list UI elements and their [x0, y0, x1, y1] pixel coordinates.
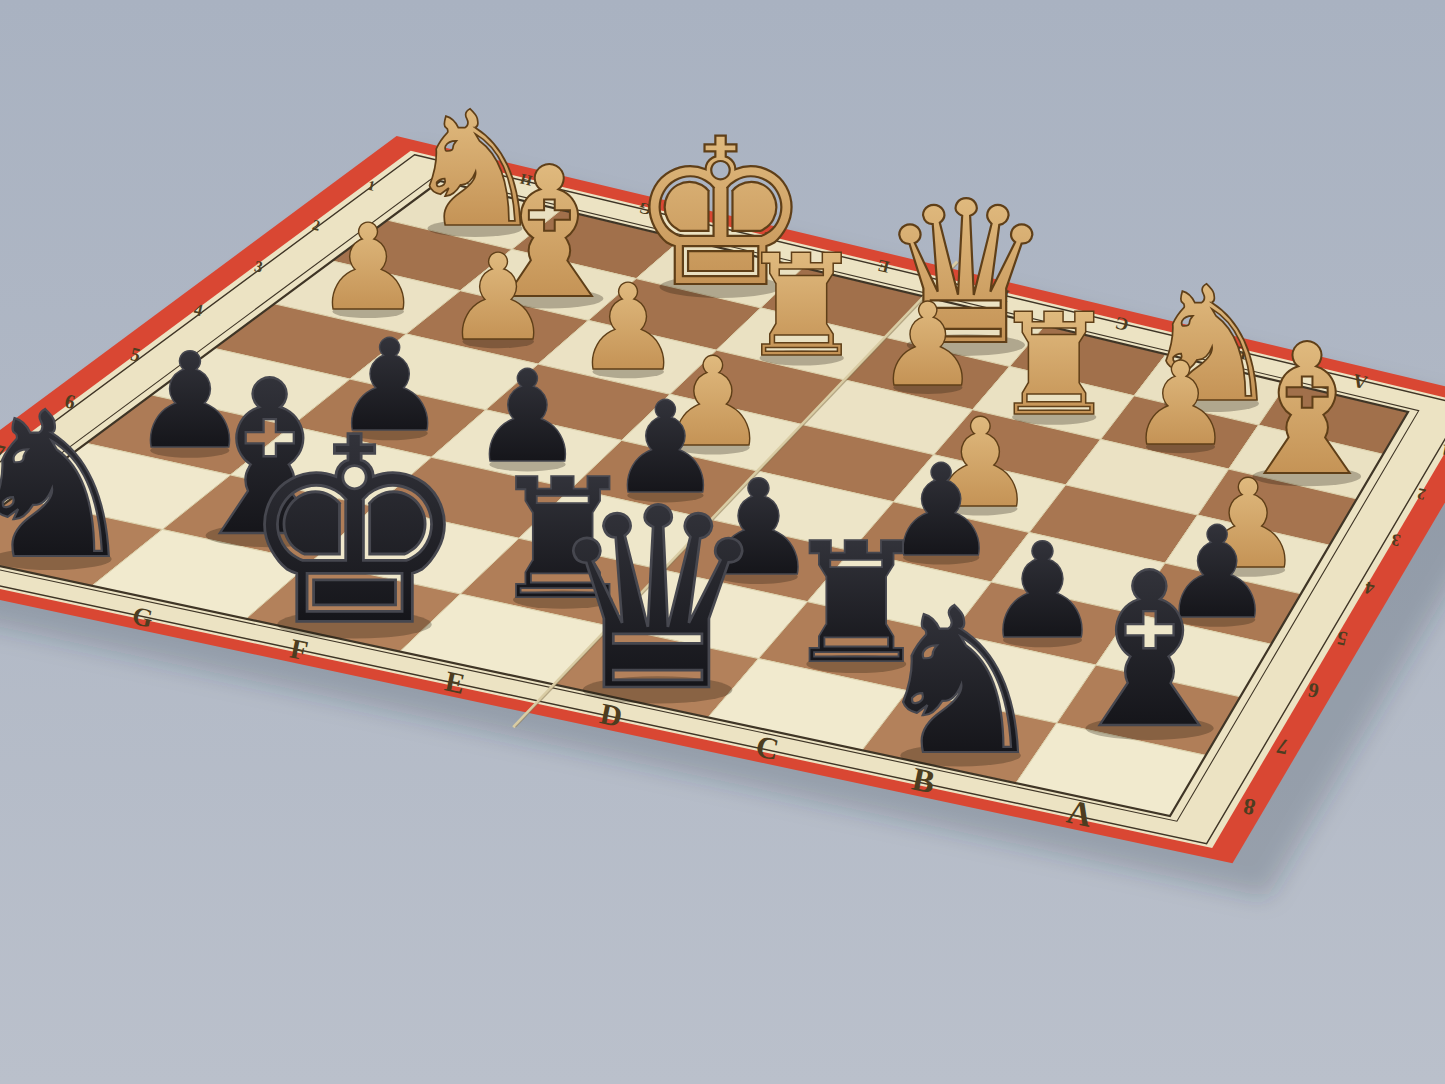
chessboard-photo: HGFEDCBAHGFEDCBA1234567812345678♞♚♛♞♝♜♜♝… [0, 0, 1445, 1084]
photo-canvas: HGFEDCBAHGFEDCBA1234567812345678♞♚♛♞♝♜♜♝… [0, 0, 1445, 1084]
piece-black-queen-d8: ♛ [545, 455, 769, 746]
piece-black-knight-b8: ♞ [870, 565, 1050, 799]
piece-white-pawn-b2: ♟ [1129, 337, 1232, 471]
piece-black-bishop-a7: ♝ [1054, 527, 1245, 775]
piece-black-king-f8: ♚ [239, 382, 469, 682]
piece-black-knight-h8: ♞ [0, 369, 142, 603]
